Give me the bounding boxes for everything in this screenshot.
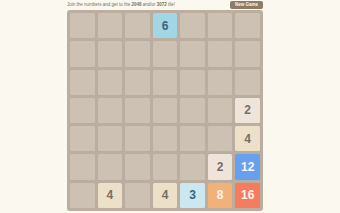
- empty-cell-r4c1: [98, 126, 123, 151]
- empty-cell-r3c0: [70, 98, 95, 123]
- empty-cell-r2c1: [98, 70, 123, 95]
- goal-3072: 3072: [157, 2, 167, 7]
- tile-16-r6c6: 16: [235, 183, 260, 208]
- instruction-suffix: tile!: [167, 2, 175, 7]
- empty-cell-r0c4: [180, 13, 205, 38]
- empty-cell-r4c5: [208, 126, 233, 151]
- tile-8-r6c5: 8: [208, 183, 233, 208]
- empty-cell-r2c3: [153, 70, 178, 95]
- empty-cell-r1c4: [180, 41, 205, 66]
- empty-cell-r4c0: [70, 126, 95, 151]
- new-game-button[interactable]: New Game: [230, 1, 263, 10]
- empty-cell-r2c6: [235, 70, 260, 95]
- empty-cell-r4c2: [125, 126, 150, 151]
- empty-cell-r2c0: [70, 70, 95, 95]
- empty-cell-r0c1: [98, 13, 123, 38]
- empty-cell-r2c5: [208, 70, 233, 95]
- goal-2048: 2048: [132, 2, 142, 7]
- empty-cell-r1c1: [98, 41, 123, 66]
- empty-cell-r2c4: [180, 70, 205, 95]
- empty-cell-r4c4: [180, 126, 205, 151]
- empty-cell-r1c5: [208, 41, 233, 66]
- game-page: Join the numbers and get to the 2048 and…: [0, 0, 340, 213]
- empty-cell-r1c0: [70, 41, 95, 66]
- instruction-text: Join the numbers and get to the 2048 and…: [67, 1, 175, 9]
- empty-cell-r0c2: [125, 13, 150, 38]
- empty-cell-r1c6: [235, 41, 260, 66]
- empty-cell-r3c2: [125, 98, 150, 123]
- game-container: Join the numbers and get to the 2048 and…: [67, 1, 263, 211]
- empty-cell-r4c3: [153, 126, 178, 151]
- empty-cell-r3c3: [153, 98, 178, 123]
- empty-cell-r0c5: [208, 13, 233, 38]
- instruction-prefix: Join the numbers and get to the: [67, 2, 132, 7]
- empty-cell-r3c1: [98, 98, 123, 123]
- empty-cell-r3c5: [208, 98, 233, 123]
- instruction-mid: and/or: [142, 2, 157, 7]
- empty-cell-r3c4: [180, 98, 205, 123]
- empty-cell-r5c3: [153, 154, 178, 179]
- empty-cell-r6c0: [70, 183, 95, 208]
- empty-cell-r6c2: [125, 183, 150, 208]
- empty-cell-r5c2: [125, 154, 150, 179]
- tile-12-r5c6: 12: [235, 154, 260, 179]
- empty-cell-r5c4: [180, 154, 205, 179]
- tile-2-r5c5: 2: [208, 154, 233, 179]
- tile-4-r4c6: 4: [235, 126, 260, 151]
- tile-2-r3c6: 2: [235, 98, 260, 123]
- empty-cell-r5c0: [70, 154, 95, 179]
- empty-cell-r1c2: [125, 41, 150, 66]
- header-row: Join the numbers and get to the 2048 and…: [67, 1, 263, 9]
- tile-6-r0c3: 6: [153, 13, 178, 38]
- empty-cell-r2c2: [125, 70, 150, 95]
- game-board-grid[interactable]: 624212443816: [67, 10, 263, 211]
- tile-4-r6c1: 4: [98, 183, 123, 208]
- tile-3-r6c4: 3: [180, 183, 205, 208]
- empty-cell-r5c1: [98, 154, 123, 179]
- empty-cell-r0c0: [70, 13, 95, 38]
- empty-cell-r0c6: [235, 13, 260, 38]
- tile-4-r6c3: 4: [153, 183, 178, 208]
- empty-cell-r1c3: [153, 41, 178, 66]
